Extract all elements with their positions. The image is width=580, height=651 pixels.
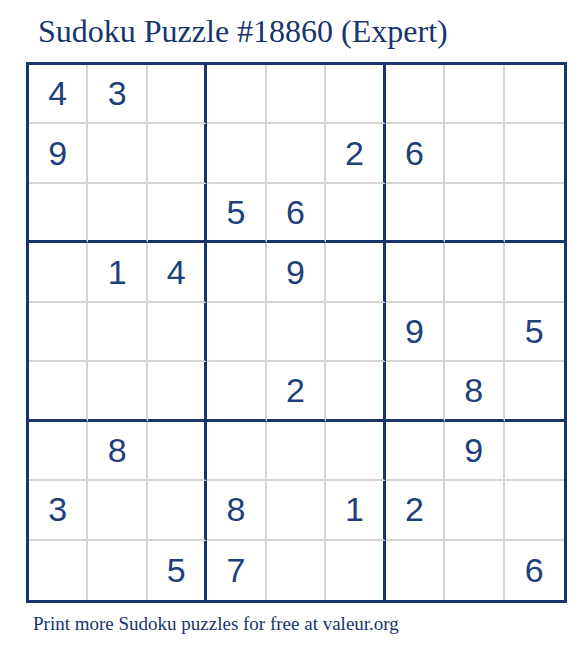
cell-r2c5 [267, 124, 326, 183]
cell-r6c4 [207, 362, 266, 421]
cell-r3c5: 6 [267, 184, 326, 243]
cell-r5c9: 5 [505, 303, 564, 362]
cell-r7c4 [207, 422, 266, 481]
cell-r5c1 [29, 303, 88, 362]
cell-r5c2 [88, 303, 147, 362]
cell-r4c3: 4 [148, 243, 207, 302]
cell-r2c7: 6 [386, 124, 445, 183]
cell-r7c8: 9 [445, 422, 504, 481]
cell-r1c6 [326, 65, 385, 124]
cell-r1c8 [445, 65, 504, 124]
cell-r8c2 [88, 481, 147, 540]
cell-r9c9: 6 [505, 541, 564, 600]
cell-r6c7 [386, 362, 445, 421]
cell-r6c2 [88, 362, 147, 421]
cell-r8c7: 2 [386, 481, 445, 540]
cell-r1c4 [207, 65, 266, 124]
cell-r4c8 [445, 243, 504, 302]
cell-r9c3: 5 [148, 541, 207, 600]
cell-r8c1: 3 [29, 481, 88, 540]
cell-r2c6: 2 [326, 124, 385, 183]
cell-r1c9 [505, 65, 564, 124]
cell-r2c8 [445, 124, 504, 183]
cell-r1c3 [148, 65, 207, 124]
cell-r9c1 [29, 541, 88, 600]
cell-r4c9 [505, 243, 564, 302]
cell-r5c3 [148, 303, 207, 362]
cell-r4c5: 9 [267, 243, 326, 302]
cell-r7c6 [326, 422, 385, 481]
cell-r2c2 [88, 124, 147, 183]
cell-r3c1 [29, 184, 88, 243]
cell-r6c8: 8 [445, 362, 504, 421]
cell-r3c6 [326, 184, 385, 243]
cell-r7c7 [386, 422, 445, 481]
cell-r6c6 [326, 362, 385, 421]
cell-r8c3 [148, 481, 207, 540]
cell-r5c6 [326, 303, 385, 362]
cell-r6c5: 2 [267, 362, 326, 421]
cell-r1c2: 3 [88, 65, 147, 124]
cell-r1c1: 4 [29, 65, 88, 124]
cell-r2c3 [148, 124, 207, 183]
cell-r8c5 [267, 481, 326, 540]
cell-r1c7 [386, 65, 445, 124]
cell-r8c9 [505, 481, 564, 540]
cell-r6c3 [148, 362, 207, 421]
cell-r2c4 [207, 124, 266, 183]
sudoku-grid: 43926561499528893812576 [26, 62, 567, 603]
cell-r3c8 [445, 184, 504, 243]
cell-r9c7 [386, 541, 445, 600]
cell-r5c4 [207, 303, 266, 362]
cell-r9c6 [326, 541, 385, 600]
footer-text: Print more Sudoku puzzles for free at va… [33, 613, 399, 635]
cell-r5c8 [445, 303, 504, 362]
cell-r4c4 [207, 243, 266, 302]
cell-r2c9 [505, 124, 564, 183]
cell-r9c2 [88, 541, 147, 600]
cell-r6c9 [505, 362, 564, 421]
cell-r9c5 [267, 541, 326, 600]
cell-r5c7: 9 [386, 303, 445, 362]
page-title: Sudoku Puzzle #18860 (Expert) [38, 13, 448, 50]
cell-r4c1 [29, 243, 88, 302]
cell-r9c8 [445, 541, 504, 600]
cell-r8c6: 1 [326, 481, 385, 540]
cell-r4c6 [326, 243, 385, 302]
cell-r8c8 [445, 481, 504, 540]
cell-r7c9 [505, 422, 564, 481]
cell-r6c1 [29, 362, 88, 421]
sudoku-page: Sudoku Puzzle #18860 (Expert) 4392656149… [0, 0, 580, 651]
cell-r5c5 [267, 303, 326, 362]
cell-r3c9 [505, 184, 564, 243]
cell-r7c2: 8 [88, 422, 147, 481]
cell-r7c5 [267, 422, 326, 481]
cell-r9c4: 7 [207, 541, 266, 600]
cell-r3c7 [386, 184, 445, 243]
cell-r3c3 [148, 184, 207, 243]
cell-r8c4: 8 [207, 481, 266, 540]
cell-r4c2: 1 [88, 243, 147, 302]
cell-r2c1: 9 [29, 124, 88, 183]
cell-r7c1 [29, 422, 88, 481]
cell-r1c5 [267, 65, 326, 124]
cell-r4c7 [386, 243, 445, 302]
cell-r3c4: 5 [207, 184, 266, 243]
cell-r3c2 [88, 184, 147, 243]
cell-r7c3 [148, 422, 207, 481]
